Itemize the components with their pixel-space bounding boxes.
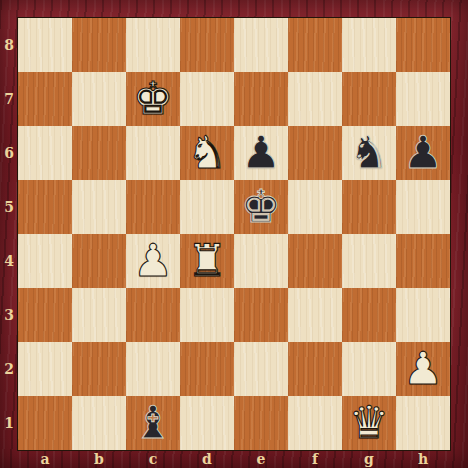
square-d3[interactable] — [180, 288, 234, 342]
square-c2[interactable] — [126, 342, 180, 396]
piece-white-queen-g1[interactable]: ♛ — [349, 400, 389, 445]
square-e4[interactable] — [234, 234, 288, 288]
file-label-g: g — [342, 450, 396, 468]
square-d2[interactable] — [180, 342, 234, 396]
square-a2[interactable] — [18, 342, 72, 396]
square-b6[interactable] — [72, 126, 126, 180]
square-b8[interactable] — [72, 18, 126, 72]
square-c1[interactable]: ♝ — [126, 396, 180, 450]
square-g1[interactable]: ♛ — [342, 396, 396, 450]
rank-label-1: 1 — [0, 396, 18, 450]
square-f6[interactable] — [288, 126, 342, 180]
piece-white-king-c7[interactable]: ♚ — [133, 76, 173, 121]
square-b5[interactable] — [72, 180, 126, 234]
rank-label-7: 7 — [0, 72, 18, 126]
square-a4[interactable] — [18, 234, 72, 288]
square-c7[interactable]: ♚ — [126, 72, 180, 126]
square-e3[interactable] — [234, 288, 288, 342]
square-g3[interactable] — [342, 288, 396, 342]
square-e1[interactable] — [234, 396, 288, 450]
piece-black-pawn-h6[interactable]: ♟ — [403, 130, 443, 175]
square-h3[interactable] — [396, 288, 450, 342]
square-c6[interactable] — [126, 126, 180, 180]
piece-black-bishop-c1[interactable]: ♝ — [133, 400, 173, 445]
file-label-d: d — [180, 450, 234, 468]
square-g8[interactable] — [342, 18, 396, 72]
rank-label-4: 4 — [0, 234, 18, 288]
square-g5[interactable] — [342, 180, 396, 234]
piece-white-pawn-c4[interactable]: ♟ — [133, 238, 173, 283]
rank-label-5: 5 — [0, 180, 18, 234]
rank-labels: 87654321 — [0, 18, 18, 450]
square-e2[interactable] — [234, 342, 288, 396]
square-e8[interactable] — [234, 18, 288, 72]
square-b7[interactable] — [72, 72, 126, 126]
file-label-c: c — [126, 450, 180, 468]
file-label-e: e — [234, 450, 288, 468]
square-f7[interactable] — [288, 72, 342, 126]
square-g7[interactable] — [342, 72, 396, 126]
square-f8[interactable] — [288, 18, 342, 72]
square-b1[interactable] — [72, 396, 126, 450]
rank-label-6: 6 — [0, 126, 18, 180]
square-a6[interactable] — [18, 126, 72, 180]
file-label-a: a — [18, 450, 72, 468]
square-a3[interactable] — [18, 288, 72, 342]
file-label-h: h — [396, 450, 450, 468]
square-a7[interactable] — [18, 72, 72, 126]
square-f3[interactable] — [288, 288, 342, 342]
square-c5[interactable] — [126, 180, 180, 234]
square-g4[interactable] — [342, 234, 396, 288]
square-c3[interactable] — [126, 288, 180, 342]
square-h1[interactable] — [396, 396, 450, 450]
square-h4[interactable] — [396, 234, 450, 288]
square-c4[interactable]: ♟ — [126, 234, 180, 288]
piece-black-king-e5[interactable]: ♚ — [241, 184, 281, 229]
square-d1[interactable] — [180, 396, 234, 450]
square-h5[interactable] — [396, 180, 450, 234]
square-h2[interactable]: ♟ — [396, 342, 450, 396]
rank-label-8: 8 — [0, 18, 18, 72]
square-d4[interactable]: ♜ — [180, 234, 234, 288]
square-c8[interactable] — [126, 18, 180, 72]
piece-black-knight-g6[interactable]: ♞ — [349, 130, 389, 175]
square-f4[interactable] — [288, 234, 342, 288]
piece-black-pawn-e6[interactable]: ♟ — [241, 130, 281, 175]
square-h7[interactable] — [396, 72, 450, 126]
square-a5[interactable] — [18, 180, 72, 234]
square-d5[interactable] — [180, 180, 234, 234]
square-e5[interactable]: ♚ — [234, 180, 288, 234]
square-d6[interactable]: ♞ — [180, 126, 234, 180]
file-labels: abcdefgh — [18, 450, 450, 468]
square-g2[interactable] — [342, 342, 396, 396]
piece-white-pawn-h2[interactable]: ♟ — [403, 346, 443, 391]
square-e7[interactable] — [234, 72, 288, 126]
square-g6[interactable]: ♞ — [342, 126, 396, 180]
square-h6[interactable]: ♟ — [396, 126, 450, 180]
square-e6[interactable]: ♟ — [234, 126, 288, 180]
square-d8[interactable] — [180, 18, 234, 72]
piece-white-rook-d4[interactable]: ♜ — [187, 238, 227, 283]
square-h8[interactable] — [396, 18, 450, 72]
board: ♚♞♟♞♟♚♟♜♟♝♛ — [18, 18, 450, 450]
square-d7[interactable] — [180, 72, 234, 126]
square-b4[interactable] — [72, 234, 126, 288]
square-f1[interactable] — [288, 396, 342, 450]
piece-white-knight-d6[interactable]: ♞ — [187, 130, 227, 175]
square-a8[interactable] — [18, 18, 72, 72]
board-frame: 87654321 ♚♞♟♞♟♚♟♜♟♝♛ abcdefgh — [0, 0, 468, 468]
square-b2[interactable] — [72, 342, 126, 396]
rank-label-2: 2 — [0, 342, 18, 396]
rank-label-3: 3 — [0, 288, 18, 342]
file-label-b: b — [72, 450, 126, 468]
file-label-f: f — [288, 450, 342, 468]
square-f2[interactable] — [288, 342, 342, 396]
square-b3[interactable] — [72, 288, 126, 342]
square-f5[interactable] — [288, 180, 342, 234]
square-a1[interactable] — [18, 396, 72, 450]
